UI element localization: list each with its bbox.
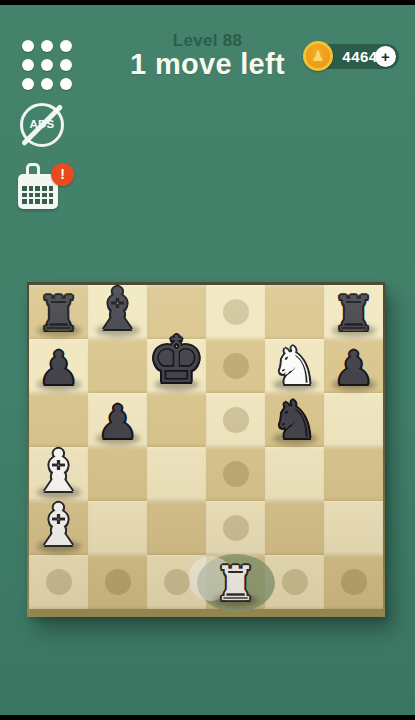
piece-black-bishop-b6[interactable]: ♝: [92, 282, 144, 337]
square-e4[interactable]: ♞: [265, 393, 324, 447]
square-a2[interactable]: ♝: [29, 501, 88, 555]
legal-move-dot: [282, 569, 308, 595]
legal-move-dot: [223, 461, 249, 487]
piece-black-pawn-a5[interactable]: ♟: [38, 347, 79, 391]
calendar-grid-icon: [22, 186, 54, 205]
square-c5[interactable]: ♚: [147, 339, 206, 393]
coin-pawn-glyph: ♟: [311, 47, 324, 65]
square-b2[interactable]: [88, 501, 147, 555]
daily-calendar-button[interactable]: !: [18, 163, 80, 219]
square-f6[interactable]: ♜: [324, 285, 383, 339]
no-ads-button[interactable]: ADS: [20, 103, 64, 147]
square-d4[interactable]: [206, 393, 265, 447]
square-f3[interactable]: [324, 447, 383, 501]
legal-move-dot: [341, 569, 367, 595]
legal-move-dot: [223, 353, 249, 379]
status-bar-top: [0, 0, 415, 5]
square-d5[interactable]: [206, 339, 265, 393]
square-a6[interactable]: ♜: [29, 285, 88, 339]
square-b6[interactable]: ♝: [88, 285, 147, 339]
piece-white-rook-d1[interactable]: ♜: [214, 561, 257, 607]
square-e6[interactable]: [265, 285, 324, 339]
piece-black-pawn-b4[interactable]: ♟: [97, 401, 138, 445]
square-d2[interactable]: [206, 501, 265, 555]
square-b1[interactable]: [88, 555, 147, 609]
piece-white-bishop-a2[interactable]: ♝: [33, 498, 85, 553]
piece-black-king-c5[interactable]: ♚: [148, 330, 205, 391]
square-d6[interactable]: [206, 285, 265, 339]
notification-badge: !: [51, 163, 74, 186]
square-a5[interactable]: ♟: [29, 339, 88, 393]
square-f1[interactable]: [324, 555, 383, 609]
piece-black-knight-e4[interactable]: ♞: [271, 396, 318, 445]
square-a1[interactable]: [29, 555, 88, 609]
square-e2[interactable]: [265, 501, 324, 555]
legal-move-dot: [223, 299, 249, 325]
square-d1[interactable]: ♜: [206, 555, 265, 609]
add-coins-button[interactable]: +: [375, 46, 396, 67]
piece-black-rook-f6[interactable]: ♜: [332, 291, 375, 337]
square-e3[interactable]: [265, 447, 324, 501]
square-c4[interactable]: [147, 393, 206, 447]
square-f4[interactable]: [324, 393, 383, 447]
legal-move-dot: [223, 515, 249, 541]
status-bar-bottom: [0, 715, 415, 720]
legal-move-dot: [46, 569, 72, 595]
square-e5[interactable]: ♞: [265, 339, 324, 393]
square-d3[interactable]: [206, 447, 265, 501]
piece-black-pawn-f5[interactable]: ♟: [333, 347, 374, 391]
legal-move-dot: [105, 569, 131, 595]
square-b3[interactable]: [88, 447, 147, 501]
square-c3[interactable]: [147, 447, 206, 501]
piece-white-knight-e5[interactable]: ♞: [271, 342, 318, 391]
coin-counter[interactable]: ♟ 4464 +: [311, 44, 399, 69]
legal-move-dot: [223, 407, 249, 433]
piece-black-rook-a6[interactable]: ♜: [37, 291, 80, 337]
board-frame: ♜♝♜♟♚♞♟♟♞♝♝♜: [27, 282, 385, 617]
app-screen: Level 88 1 move left ♟ 4464 + ADS ! ♜♝♜♟…: [0, 0, 415, 720]
coin-icon: ♟: [303, 41, 333, 71]
square-b4[interactable]: ♟: [88, 393, 147, 447]
legal-move-dot: [164, 569, 190, 595]
square-f2[interactable]: [324, 501, 383, 555]
square-f5[interactable]: ♟: [324, 339, 383, 393]
chess-board: ♜♝♜♟♚♞♟♟♞♝♝♜: [29, 285, 383, 609]
square-c2[interactable]: [147, 501, 206, 555]
square-b5[interactable]: [88, 339, 147, 393]
